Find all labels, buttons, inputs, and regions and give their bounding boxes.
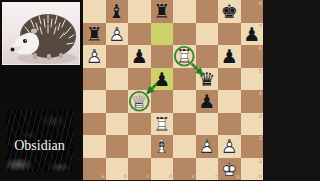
square-g8[interactable]: ♚: [218, 0, 241, 23]
piece-black-rook[interactable]: ♜: [151, 0, 174, 23]
square-f8[interactable]: [196, 0, 219, 23]
square-c5[interactable]: [128, 68, 151, 91]
square-b2[interactable]: [106, 135, 129, 158]
coordinate-rank-2: 2: [259, 136, 262, 141]
piece-white-king[interactable]: ♚♔: [218, 158, 241, 181]
square-b4[interactable]: [106, 90, 129, 113]
square-g3[interactable]: [218, 113, 241, 136]
square-b7[interactable]: ♟♙: [106, 23, 129, 46]
square-g1[interactable]: ♚♔g: [218, 158, 241, 181]
square-f7[interactable]: [196, 23, 219, 46]
piece-black-pawn[interactable]: ♟: [241, 23, 264, 46]
piece-black-king[interactable]: ♚: [218, 0, 241, 23]
piece-black-pawn[interactable]: ♟: [196, 90, 219, 113]
square-d4[interactable]: [151, 90, 174, 113]
square-a4[interactable]: [83, 90, 106, 113]
square-e7[interactable]: [173, 23, 196, 46]
square-d5[interactable]: ♟: [151, 68, 174, 91]
piece-white-pawn[interactable]: ♟♙: [83, 45, 106, 68]
piece-black-pawn[interactable]: ♟: [218, 45, 241, 68]
coordinate-file-b: b: [124, 174, 127, 179]
coordinate-file-h: h: [259, 174, 262, 179]
square-h3[interactable]: 3: [241, 113, 264, 136]
coordinate-rank-1: 1: [259, 159, 262, 164]
square-a8[interactable]: [83, 0, 106, 23]
square-f5[interactable]: ♛: [196, 68, 219, 91]
square-d6[interactable]: [151, 45, 174, 68]
square-d8[interactable]: ♜: [151, 0, 174, 23]
coordinate-file-a: a: [101, 174, 104, 179]
piece-black-bishop[interactable]: ♝: [106, 0, 129, 23]
square-b6[interactable]: [106, 45, 129, 68]
piece-black-queen[interactable]: ♛: [196, 68, 219, 91]
square-e5[interactable]: [173, 68, 196, 91]
square-b8[interactable]: ♝: [106, 0, 129, 23]
square-e1[interactable]: e: [173, 158, 196, 181]
square-e8[interactable]: [173, 0, 196, 23]
piece-white-pawn[interactable]: ♟♙: [196, 135, 219, 158]
coordinate-rank-3: 3: [259, 114, 262, 119]
square-e3[interactable]: [173, 113, 196, 136]
coordinate-rank-4: 4: [259, 91, 262, 96]
square-a5[interactable]: [83, 68, 106, 91]
square-b5[interactable]: [106, 68, 129, 91]
piece-white-rook[interactable]: ♜♖: [173, 45, 196, 68]
square-b1[interactable]: b: [106, 158, 129, 181]
square-c7[interactable]: [128, 23, 151, 46]
square-d7[interactable]: [151, 23, 174, 46]
square-a6[interactable]: ♟♙: [83, 45, 106, 68]
square-h6[interactable]: 6: [241, 45, 264, 68]
piece-white-pawn[interactable]: ♟♙: [106, 23, 129, 46]
coordinate-rank-8: 8: [259, 1, 262, 6]
obsidian-album-cover: Obsidian: [6, 110, 73, 172]
square-e2[interactable]: [173, 135, 196, 158]
square-d1[interactable]: d: [151, 158, 174, 181]
piece-black-pawn[interactable]: ♟: [151, 68, 174, 91]
piece-white-pawn[interactable]: ♟♙: [218, 135, 241, 158]
square-a1[interactable]: a: [83, 158, 106, 181]
square-h7[interactable]: ♟7: [241, 23, 264, 46]
square-h1[interactable]: h1: [241, 158, 264, 181]
square-a3[interactable]: [83, 113, 106, 136]
square-h8[interactable]: 8: [241, 0, 264, 23]
square-c8[interactable]: [128, 0, 151, 23]
square-f1[interactable]: f: [196, 158, 219, 181]
piece-black-rook[interactable]: ♜: [83, 23, 106, 46]
piece-white-rook[interactable]: ♜♖: [151, 113, 174, 136]
square-g5[interactable]: [218, 68, 241, 91]
square-f3[interactable]: [196, 113, 219, 136]
square-d2[interactable]: ♝♗: [151, 135, 174, 158]
piece-black-pawn[interactable]: ♟: [128, 45, 151, 68]
chess-board[interactable]: ♝♜♚8♜♟♙♟7♟♙♟♜♖♟6♟♛5♛♕♟4♜♖3♝♗♟♙♟♙2abcdef♚…: [83, 0, 263, 180]
square-h5[interactable]: 5: [241, 68, 264, 91]
square-c4[interactable]: ♛♕: [128, 90, 151, 113]
square-e6[interactable]: ♜♖: [173, 45, 196, 68]
square-e4[interactable]: [173, 90, 196, 113]
hedgehog-illustration: [3, 3, 79, 64]
piece-white-bishop[interactable]: ♝♗: [151, 135, 174, 158]
square-g2[interactable]: ♟♙: [218, 135, 241, 158]
square-c3[interactable]: [128, 113, 151, 136]
coordinate-rank-5: 5: [259, 69, 262, 74]
square-h4[interactable]: 4: [241, 90, 264, 113]
square-a7[interactable]: ♜: [83, 23, 106, 46]
square-d3[interactable]: ♜♖: [151, 113, 174, 136]
coordinate-file-c: c: [147, 174, 150, 179]
square-c2[interactable]: [128, 135, 151, 158]
square-f6[interactable]: [196, 45, 219, 68]
piece-white-queen[interactable]: ♛♕: [128, 90, 151, 113]
hedgehog-photo: [2, 2, 80, 65]
square-h2[interactable]: 2: [241, 135, 264, 158]
coordinate-file-d: d: [169, 174, 172, 179]
coordinate-rank-6: 6: [259, 46, 262, 51]
coordinate-file-f: f: [215, 174, 217, 179]
square-f2[interactable]: ♟♙: [196, 135, 219, 158]
square-f4[interactable]: ♟: [196, 90, 219, 113]
square-g4[interactable]: [218, 90, 241, 113]
coordinate-file-e: e: [191, 174, 194, 179]
square-g6[interactable]: ♟: [218, 45, 241, 68]
square-b3[interactable]: [106, 113, 129, 136]
right-panel: [263, 0, 320, 180]
square-g7[interactable]: [218, 23, 241, 46]
album-title: Obsidian: [14, 139, 65, 153]
square-a2[interactable]: [83, 135, 106, 158]
square-c1[interactable]: c: [128, 158, 151, 181]
square-c6[interactable]: ♟: [128, 45, 151, 68]
